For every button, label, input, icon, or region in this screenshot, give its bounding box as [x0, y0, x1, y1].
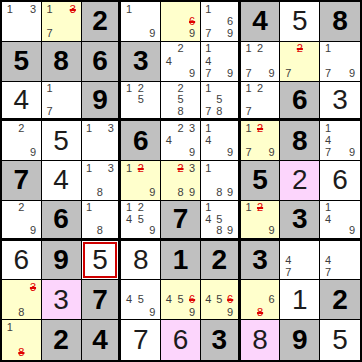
candidate-digit: 1 — [322, 122, 334, 134]
cell-r5c2[interactable]: 4 — [42, 161, 82, 201]
cell-r9c2[interactable]: 2 — [42, 320, 82, 360]
given-digit: 7 — [14, 166, 30, 194]
cell-r5c1[interactable]: 7 — [2, 161, 42, 201]
candidate-digit: 4 — [163, 135, 175, 147]
cell-r6c1[interactable]: 29 — [2, 201, 42, 241]
candidate-digit: 4 — [322, 254, 334, 266]
candidate-grid: 27 — [280, 42, 319, 81]
candidate-grid: 149 — [201, 121, 238, 160]
cell-r4c2[interactable]: 5 — [42, 121, 82, 161]
candidate-digit: 5 — [175, 94, 187, 106]
solved-digit: 6 — [173, 326, 189, 354]
cell-r5c8[interactable]: 2 — [280, 161, 320, 201]
candidate-digit: 1 — [243, 122, 255, 134]
candidate-digit: 9 — [346, 225, 358, 237]
solved-digit: 8 — [133, 246, 149, 274]
candidate-digit: 4 — [203, 135, 214, 147]
cell-r4c8[interactable]: 8 — [280, 121, 320, 161]
cell-r1c7[interactable]: 4 — [241, 2, 281, 42]
candidate-digit: 7 — [203, 67, 214, 79]
cell-r9c5[interactable]: 6 — [161, 320, 201, 360]
candidate-digit: 7 — [44, 28, 56, 40]
candidate-grid: 69 — [161, 2, 200, 41]
cell-r6c7[interactable]: 129 — [241, 201, 281, 241]
candidate-digit: 1 — [203, 122, 214, 134]
candidate-digit: 2 — [254, 83, 266, 95]
candidate-grid: 127 — [241, 82, 280, 119]
candidate-digit: 9 — [266, 67, 278, 79]
candidate-grid: 29 — [2, 121, 41, 160]
solved-digit: 5 — [53, 127, 69, 155]
cell-r8c1[interactable]: 38 — [2, 280, 42, 320]
candidate-grid: 4569 — [201, 280, 238, 319]
candidate-grid: 1279 — [241, 121, 280, 160]
cell-r7c8[interactable]: 47 — [280, 241, 320, 281]
cell-r9c8[interactable]: 9 — [280, 320, 320, 360]
solved-digit: 1 — [292, 286, 308, 314]
cell-r6c9[interactable]: 149 — [320, 201, 360, 241]
given-digit: 5 — [252, 166, 268, 194]
candidate-digit: 9 — [27, 147, 39, 159]
given-digit: 7 — [92, 286, 108, 314]
eliminated-candidate-digit: 2 — [135, 162, 147, 174]
candidate-digit: 5 — [135, 294, 147, 306]
candidate-digit: 1 — [123, 83, 135, 95]
cell-r9c3[interactable]: 4 — [82, 320, 122, 360]
cell-r7c4[interactable]: 8 — [121, 241, 161, 281]
given-digit: 3 — [292, 205, 308, 233]
cell-r1c6[interactable]: 1679 — [201, 2, 241, 42]
candidate-digit: 9 — [186, 306, 198, 318]
candidate-digit: 4 — [322, 135, 334, 147]
given-digit: 6 — [133, 127, 149, 155]
candidate-digit: 9 — [225, 187, 236, 199]
cell-r1c9[interactable]: 8 — [320, 2, 360, 42]
cell-r5c9[interactable]: 6 — [320, 161, 360, 201]
candidate-digit: 7 — [243, 67, 255, 79]
eliminated-candidate-digit: 6 — [186, 15, 198, 27]
cell-r7c2[interactable]: 9 — [42, 241, 82, 281]
cell-r7c9[interactable]: 47 — [320, 241, 360, 281]
cell-r5c3[interactable]: 138 — [82, 161, 122, 201]
candidate-digit: 4 — [163, 55, 175, 67]
candidate-digit: 5 — [214, 294, 225, 306]
given-digit: 6 — [92, 47, 108, 75]
candidate-digit: 3 — [27, 3, 39, 15]
candidate-digit: 7 — [282, 266, 294, 278]
cell-r8c4[interactable]: 459 — [121, 280, 161, 320]
candidate-grid: 1578 — [201, 82, 238, 119]
candidate-digit: 9 — [346, 147, 358, 159]
given-digit: 6 — [53, 205, 69, 233]
cell-r6c4[interactable]: 12459 — [121, 201, 161, 241]
cell-r1c2[interactable]: 137 — [42, 2, 82, 42]
candidate-grid: 258 — [161, 82, 200, 119]
candidate-grid: 2349 — [161, 121, 200, 160]
candidate-grid: 459 — [121, 280, 160, 319]
cell-r2c1[interactable]: 5 — [2, 42, 42, 82]
cell-r8c7[interactable]: 68 — [241, 280, 281, 320]
cell-r4c3[interactable]: 13 — [82, 121, 122, 161]
candidate-digit: 3 — [105, 122, 116, 134]
candidate-grid: 138 — [82, 161, 119, 200]
candidate-digit: 1 — [123, 162, 135, 174]
cell-r5c7[interactable]: 5 — [241, 161, 281, 201]
eliminated-candidate-digit: 2 — [294, 43, 306, 55]
candidate-grid: 1479 — [201, 42, 238, 81]
candidate-grid: 1279 — [241, 42, 280, 81]
candidate-digit: 8 — [214, 225, 225, 237]
candidate-digit: 1 — [4, 321, 16, 334]
candidate-grid: 18 — [82, 201, 119, 238]
given-digit: 8 — [332, 7, 348, 35]
candidate-grid: 1679 — [201, 2, 238, 41]
given-digit: 9 — [53, 246, 69, 274]
sudoku-board: 1313721969167945858632491479127927179417… — [0, 0, 362, 362]
cell-r2c4[interactable]: 3 — [121, 42, 161, 82]
solved-digit: 4 — [53, 166, 69, 194]
cell-r3c7[interactable]: 127 — [241, 82, 281, 122]
candidate-digit: 2 — [175, 122, 187, 134]
eliminated-candidate-digit: 8 — [16, 346, 28, 359]
candidate-digit: 1 — [84, 122, 95, 134]
candidate-grid: 38 — [2, 280, 41, 319]
candidate-grid: 19 — [121, 2, 160, 41]
solved-digit: 2 — [292, 166, 308, 194]
solved-digit: 7 — [133, 326, 149, 354]
candidate-digit: 9 — [266, 147, 278, 159]
solved-digit: 3 — [53, 286, 69, 314]
cell-r6c2[interactable]: 6 — [42, 201, 82, 241]
candidate-digit: 5 — [175, 294, 187, 306]
candidate-digit: 1 — [123, 3, 135, 15]
cell-r9c6[interactable]: 3 — [201, 320, 241, 360]
cell-r3c9[interactable]: 3 — [320, 82, 360, 122]
candidate-digit: 2 — [254, 43, 266, 55]
candidate-digit: 1 — [243, 202, 255, 214]
candidate-digit: 8 — [175, 106, 187, 118]
eliminated-candidate-digit: 6 — [225, 294, 236, 306]
cell-r7c6[interactable]: 2 — [201, 241, 241, 281]
candidate-digit: 9 — [225, 147, 236, 159]
cell-r2c5[interactable]: 249 — [161, 42, 201, 82]
eliminated-candidate-digit: 8 — [254, 306, 266, 318]
cell-r3c8[interactable]: 6 — [280, 82, 320, 122]
candidate-grid: 129 — [241, 201, 280, 238]
candidate-digit: 9 — [147, 306, 159, 318]
candidate-digit: 2 — [135, 83, 147, 95]
cell-r2c3[interactable]: 6 — [82, 42, 122, 82]
candidate-digit: 7 — [203, 106, 214, 118]
given-digit: 8 — [292, 127, 308, 155]
eliminated-candidate-digit: 2 — [254, 122, 266, 134]
candidate-grid: 189 — [201, 161, 238, 200]
cell-r6c6[interactable]: 14589 — [201, 201, 241, 241]
cell-r8c5[interactable]: 4569 — [161, 280, 201, 320]
candidate-digit: 1 — [203, 83, 214, 95]
candidate-digit: 9 — [27, 225, 39, 237]
cell-r6c5[interactable]: 7 — [161, 201, 201, 241]
candidate-digit: 4 — [123, 213, 135, 225]
solved-digit: 5 — [332, 326, 348, 354]
solved-digit: 6 — [332, 166, 348, 194]
candidate-digit: 1 — [243, 83, 255, 95]
given-digit: 5 — [14, 47, 30, 75]
candidate-digit: 9 — [186, 67, 198, 79]
candidate-digit: 7 — [322, 147, 334, 159]
candidate-digit: 2 — [135, 202, 147, 214]
candidate-digit: 1 — [84, 162, 95, 174]
solved-digit: 5 — [92, 246, 108, 274]
candidate-digit: 1 — [44, 83, 56, 95]
candidate-grid: 149 — [320, 201, 360, 238]
candidate-grid: 2389 — [161, 161, 200, 200]
given-digit: 3 — [211, 326, 227, 354]
cell-r5c5[interactable]: 2389 — [161, 161, 201, 201]
candidate-digit: 8 — [214, 187, 225, 199]
cell-r1c5[interactable]: 69 — [161, 2, 201, 42]
candidate-grid: 249 — [161, 42, 200, 81]
cell-r2c2[interactable]: 8 — [42, 42, 82, 82]
candidate-digit: 9 — [225, 306, 236, 318]
candidate-digit: 6 — [266, 294, 278, 306]
candidate-digit: 7 — [203, 28, 214, 40]
given-digit: 2 — [53, 326, 69, 354]
given-digit: 9 — [92, 86, 108, 114]
candidate-grid: 47 — [280, 241, 319, 280]
candidate-grid: 179 — [320, 42, 360, 81]
eliminated-candidate-digit: 3 — [67, 3, 79, 15]
candidate-digit: 2 — [175, 43, 187, 55]
candidate-digit: 5 — [135, 94, 147, 106]
candidate-digit: 1 — [203, 3, 214, 15]
cell-r7c1[interactable]: 6 — [2, 241, 42, 281]
candidate-digit: 9 — [225, 225, 236, 237]
candidate-grid: 125 — [121, 82, 160, 119]
cell-r6c3[interactable]: 18 — [82, 201, 122, 241]
candidate-digit: 9 — [186, 187, 198, 199]
candidate-digit: 9 — [147, 28, 159, 40]
candidate-digit: 5 — [214, 213, 225, 225]
candidate-digit: 8 — [94, 225, 105, 237]
candidate-digit: 1 — [322, 43, 334, 55]
cell-r8c6[interactable]: 4569 — [201, 280, 241, 320]
solved-digit: 3 — [332, 86, 348, 114]
candidate-digit: 9 — [186, 147, 198, 159]
candidate-digit: 6 — [225, 15, 236, 27]
cell-r5c4[interactable]: 129 — [121, 161, 161, 201]
candidate-digit: 4 — [123, 294, 135, 306]
cell-r7c5[interactable]: 1 — [161, 241, 201, 281]
cell-r3c5[interactable]: 258 — [161, 82, 201, 122]
eliminated-candidate-digit: 6 — [186, 294, 198, 306]
cell-r9c1[interactable]: 18 — [2, 320, 42, 360]
candidate-digit: 1 — [123, 202, 135, 214]
cell-r9c7[interactable]: 8 — [241, 320, 281, 360]
candidate-digit: 4 — [322, 213, 334, 225]
candidate-digit: 4 — [282, 254, 294, 266]
cell-r2c6[interactable]: 1479 — [201, 42, 241, 82]
solved-digit: 8 — [252, 326, 268, 354]
given-digit: 6 — [292, 86, 308, 114]
candidate-digit: 7 — [282, 67, 294, 79]
candidate-grid: 4569 — [161, 280, 200, 319]
cell-r8c9[interactable]: 2 — [320, 280, 360, 320]
candidate-digit: 5 — [214, 94, 225, 106]
given-digit: 3 — [252, 246, 268, 274]
candidate-digit: 5 — [135, 213, 147, 225]
cell-r4c9[interactable]: 1479 — [320, 121, 360, 161]
given-digit: 4 — [92, 326, 108, 354]
candidate-digit: 2 — [175, 83, 187, 95]
candidate-digit: 9 — [346, 67, 358, 79]
candidate-grid: 68 — [241, 280, 280, 319]
candidate-grid: 14589 — [201, 201, 238, 238]
cell-r1c1[interactable]: 13 — [2, 2, 42, 42]
candidate-digit: 1 — [203, 202, 214, 214]
candidate-grid: 137 — [42, 2, 81, 41]
given-digit: 2 — [92, 7, 108, 35]
cell-r4c1[interactable]: 29 — [2, 121, 42, 161]
candidate-grid: 29 — [2, 201, 41, 238]
candidate-grid: 12459 — [121, 201, 160, 238]
candidate-grid: 18 — [2, 320, 41, 360]
cell-r3c6[interactable]: 1578 — [201, 82, 241, 122]
cell-r4c5[interactable]: 2349 — [161, 121, 201, 161]
candidate-digit: 3 — [105, 162, 116, 174]
cell-r1c3[interactable]: 2 — [82, 2, 122, 42]
cell-r8c8[interactable]: 1 — [280, 280, 320, 320]
candidate-digit: 2 — [16, 122, 28, 134]
cell-r3c2[interactable]: 17 — [42, 82, 82, 122]
cell-r3c1[interactable]: 4 — [2, 82, 42, 122]
candidate-digit: 4 — [203, 294, 214, 306]
cell-r7c3[interactable]: 5 — [82, 241, 122, 281]
cell-r7c7[interactable]: 3 — [241, 241, 281, 281]
candidate-digit: 8 — [175, 187, 187, 199]
candidate-digit: 1 — [84, 202, 95, 214]
candidate-digit: 3 — [186, 162, 198, 174]
candidate-digit: 8 — [94, 187, 105, 199]
candidate-digit: 9 — [186, 28, 198, 40]
candidate-digit: 1 — [322, 202, 334, 214]
candidate-digit: 1 — [44, 3, 56, 15]
cell-r4c4[interactable]: 6 — [121, 121, 161, 161]
candidate-digit: 9 — [266, 225, 278, 237]
candidate-digit: 9 — [147, 187, 159, 199]
eliminated-candidate-digit: 3 — [27, 281, 39, 293]
cell-r3c3[interactable]: 9 — [82, 82, 122, 122]
candidate-digit: 9 — [147, 225, 159, 237]
candidate-digit: 4 — [203, 213, 214, 225]
given-digit: 4 — [252, 7, 268, 35]
cell-r4c7[interactable]: 1279 — [241, 121, 281, 161]
cell-r6c8[interactable]: 3 — [280, 201, 320, 241]
candidate-digit: 9 — [225, 67, 236, 79]
eliminated-candidate-digit: 2 — [175, 162, 187, 174]
cell-r2c9[interactable]: 179 — [320, 42, 360, 82]
cell-r1c8[interactable]: 5 — [280, 2, 320, 42]
candidate-grid: 13 — [2, 2, 41, 41]
candidate-digit: 4 — [163, 294, 175, 306]
candidate-grid: 129 — [121, 161, 160, 200]
cell-r4c6[interactable]: 149 — [201, 121, 241, 161]
cell-r9c4[interactable]: 7 — [121, 320, 161, 360]
cell-r1c4[interactable]: 19 — [121, 2, 161, 42]
cell-r2c8[interactable]: 27 — [280, 42, 320, 82]
candidate-digit: 3 — [186, 122, 198, 134]
candidate-digit: 1 — [203, 162, 214, 174]
cell-r5c6[interactable]: 189 — [201, 161, 241, 201]
given-digit: 1 — [173, 246, 189, 274]
candidate-grid: 47 — [320, 241, 360, 280]
candidate-digit: 8 — [16, 306, 28, 318]
cell-r2c7[interactable]: 1279 — [241, 42, 281, 82]
candidate-grid: 13 — [82, 121, 119, 160]
candidate-digit: 7 — [44, 106, 56, 118]
given-digit: 3 — [133, 47, 149, 75]
eliminated-candidate-digit: 2 — [254, 202, 266, 214]
solved-digit: 6 — [14, 246, 30, 274]
candidate-digit: 9 — [225, 28, 236, 40]
candidate-digit: 1 — [4, 3, 16, 15]
candidate-digit: 7 — [322, 266, 334, 278]
given-digit: 9 — [292, 326, 308, 354]
candidate-digit: 7 — [243, 106, 255, 118]
given-digit: 8 — [53, 47, 69, 75]
candidate-digit: 7 — [243, 147, 255, 159]
candidate-digit: 1 — [203, 43, 214, 55]
cell-r8c3[interactable]: 7 — [82, 280, 122, 320]
given-digit: 2 — [211, 246, 227, 274]
candidate-digit: 1 — [243, 43, 255, 55]
solved-digit: 4 — [14, 86, 30, 114]
candidate-digit: 2 — [16, 202, 28, 214]
candidate-digit: 8 — [214, 106, 225, 118]
cell-r3c4[interactable]: 125 — [121, 82, 161, 122]
cell-r8c2[interactable]: 3 — [42, 280, 82, 320]
cell-r9c9[interactable]: 5 — [320, 320, 360, 360]
candidate-grid: 17 — [42, 82, 81, 119]
candidate-digit: 4 — [203, 55, 214, 67]
candidate-digit: 7 — [322, 67, 334, 79]
solved-digit: 5 — [292, 7, 308, 35]
given-digit: 7 — [173, 205, 189, 233]
given-digit: 2 — [332, 286, 348, 314]
candidate-grid: 1479 — [320, 121, 360, 160]
